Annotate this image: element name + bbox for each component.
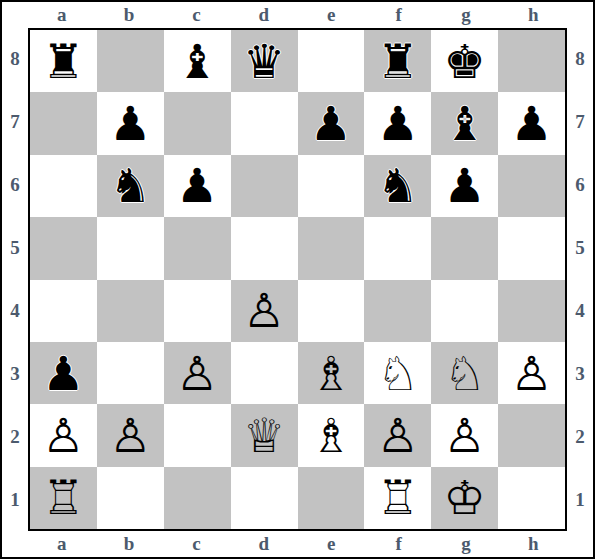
- square-a5[interactable]: [30, 217, 97, 279]
- file-label-h: h: [500, 2, 567, 28]
- square-f3[interactable]: ♘: [364, 342, 431, 404]
- square-c5[interactable]: [164, 217, 231, 279]
- square-g5[interactable]: [431, 217, 498, 279]
- square-d8[interactable]: ♛: [231, 30, 298, 92]
- square-g2[interactable]: ♙: [431, 404, 498, 466]
- file-labels-bottom: abcdefgh: [28, 531, 567, 557]
- file-label-b: b: [95, 2, 162, 28]
- rank-label-8: 8: [567, 28, 593, 91]
- square-b1[interactable]: [97, 467, 164, 529]
- black-pawn: ♟: [510, 100, 552, 147]
- white-pawn: ♙: [109, 412, 151, 459]
- square-a3[interactable]: ♟: [30, 342, 97, 404]
- square-c2[interactable]: [164, 404, 231, 466]
- black-king: ♚: [444, 38, 486, 85]
- square-e1[interactable]: [298, 467, 365, 529]
- rank-label-4: 4: [567, 280, 593, 343]
- rank-label-2: 2: [567, 405, 593, 468]
- square-e6[interactable]: [298, 155, 365, 217]
- square-b3[interactable]: [97, 342, 164, 404]
- white-pawn: ♙: [243, 287, 285, 334]
- black-pawn: ♟: [377, 100, 419, 147]
- white-rook: ♖: [377, 474, 419, 521]
- square-f5[interactable]: [364, 217, 431, 279]
- square-a6[interactable]: [30, 155, 97, 217]
- square-h4[interactable]: [498, 280, 565, 342]
- square-g3[interactable]: ♘: [431, 342, 498, 404]
- white-king: ♔: [444, 474, 486, 521]
- rank-label-1: 1: [567, 468, 593, 531]
- rank-label-5: 5: [2, 217, 28, 280]
- rank-labels-right: 87654321: [567, 28, 593, 531]
- square-b5[interactable]: [97, 217, 164, 279]
- white-queen: ♕: [243, 412, 285, 459]
- square-d3[interactable]: [231, 342, 298, 404]
- black-rook: ♜: [42, 38, 84, 85]
- square-h6[interactable]: [498, 155, 565, 217]
- black-pawn: ♟: [444, 162, 486, 209]
- file-label-e: e: [298, 531, 365, 557]
- square-e5[interactable]: [298, 217, 365, 279]
- file-label-f: f: [365, 531, 432, 557]
- square-h5[interactable]: [498, 217, 565, 279]
- square-e4[interactable]: [298, 280, 365, 342]
- square-h2[interactable]: [498, 404, 565, 466]
- black-queen: ♛: [243, 38, 285, 85]
- square-h1[interactable]: [498, 467, 565, 529]
- rank-label-7: 7: [2, 91, 28, 154]
- rank-label-6: 6: [567, 154, 593, 217]
- rank-label-5: 5: [567, 217, 593, 280]
- black-pawn: ♟: [176, 162, 218, 209]
- square-h3[interactable]: ♙: [498, 342, 565, 404]
- square-a2[interactable]: ♙: [30, 404, 97, 466]
- file-label-c: c: [163, 531, 230, 557]
- file-label-a: a: [28, 2, 95, 28]
- file-label-b: b: [95, 531, 162, 557]
- square-f4[interactable]: [364, 280, 431, 342]
- white-pawn: ♙: [444, 412, 486, 459]
- square-g6[interactable]: ♟: [431, 155, 498, 217]
- white-rook: ♖: [42, 474, 84, 521]
- square-e2[interactable]: ♗: [298, 404, 365, 466]
- square-c4[interactable]: [164, 280, 231, 342]
- square-f2[interactable]: ♙: [364, 404, 431, 466]
- file-label-d: d: [230, 2, 297, 28]
- file-label-f: f: [365, 2, 432, 28]
- rank-label-8: 8: [2, 28, 28, 91]
- black-knight: ♞: [109, 162, 151, 209]
- black-knight: ♞: [377, 162, 419, 209]
- rank-label-7: 7: [567, 91, 593, 154]
- square-g7[interactable]: ♝: [431, 92, 498, 154]
- square-c8[interactable]: ♝: [164, 30, 231, 92]
- white-bishop: ♗: [310, 412, 352, 459]
- square-f1[interactable]: ♖: [364, 467, 431, 529]
- square-e8[interactable]: [298, 30, 365, 92]
- square-g4[interactable]: [431, 280, 498, 342]
- square-c1[interactable]: [164, 467, 231, 529]
- square-b2[interactable]: ♙: [97, 404, 164, 466]
- file-label-a: a: [28, 531, 95, 557]
- square-g8[interactable]: ♚: [431, 30, 498, 92]
- square-f7[interactable]: ♟: [364, 92, 431, 154]
- rank-labels-left: 87654321: [2, 28, 28, 531]
- black-pawn: ♟: [109, 100, 151, 147]
- black-bishop: ♝: [176, 38, 218, 85]
- file-label-c: c: [163, 2, 230, 28]
- white-pawn: ♙: [42, 412, 84, 459]
- file-labels-top: abcdefgh: [28, 2, 567, 28]
- rank-label-2: 2: [2, 405, 28, 468]
- white-pawn: ♙: [510, 350, 552, 397]
- file-label-g: g: [432, 531, 499, 557]
- square-d1[interactable]: [231, 467, 298, 529]
- square-a1[interactable]: ♖: [30, 467, 97, 529]
- rank-label-3: 3: [567, 342, 593, 405]
- square-c3[interactable]: ♙: [164, 342, 231, 404]
- square-f8[interactable]: ♜: [364, 30, 431, 92]
- square-b7[interactable]: ♟: [97, 92, 164, 154]
- file-label-d: d: [230, 531, 297, 557]
- file-label-h: h: [500, 531, 567, 557]
- square-d5[interactable]: [231, 217, 298, 279]
- white-pawn: ♙: [176, 350, 218, 397]
- white-pawn: ♙: [377, 412, 419, 459]
- square-h8[interactable]: [498, 30, 565, 92]
- square-h7[interactable]: ♟: [498, 92, 565, 154]
- white-knight: ♘: [444, 350, 486, 397]
- black-rook: ♜: [377, 38, 419, 85]
- file-label-g: g: [432, 2, 499, 28]
- square-f6[interactable]: ♞: [364, 155, 431, 217]
- square-e7[interactable]: ♟: [298, 92, 365, 154]
- rank-label-4: 4: [2, 280, 28, 343]
- rank-label-3: 3: [2, 342, 28, 405]
- rank-label-6: 6: [2, 154, 28, 217]
- square-a8[interactable]: ♜: [30, 30, 97, 92]
- black-bishop: ♝: [444, 100, 486, 147]
- board: ♜♝♛♜♚♟♟♟♝♟♞♟♞♟♙♟♙♗♘♘♙♙♙♕♗♙♙♖♖♔: [28, 28, 567, 531]
- square-d7[interactable]: [231, 92, 298, 154]
- square-b4[interactable]: [97, 280, 164, 342]
- square-c6[interactable]: ♟: [164, 155, 231, 217]
- file-label-e: e: [298, 2, 365, 28]
- black-pawn: ♟: [310, 100, 352, 147]
- square-g1[interactable]: ♔: [431, 467, 498, 529]
- square-e3[interactable]: ♗: [298, 342, 365, 404]
- square-b8[interactable]: [97, 30, 164, 92]
- square-d2[interactable]: ♕: [231, 404, 298, 466]
- square-a4[interactable]: [30, 280, 97, 342]
- square-d4[interactable]: ♙: [231, 280, 298, 342]
- square-b6[interactable]: ♞: [97, 155, 164, 217]
- rank-label-1: 1: [2, 468, 28, 531]
- square-d6[interactable]: [231, 155, 298, 217]
- square-a7[interactable]: [30, 92, 97, 154]
- black-pawn: ♟: [42, 350, 84, 397]
- white-bishop: ♗: [310, 350, 352, 397]
- square-c7[interactable]: [164, 92, 231, 154]
- chess-diagram: abcdefgh 87654321 ♜♝♛♜♚♟♟♟♝♟♞♟♞♟♙♟♙♗♘♘♙♙…: [0, 0, 595, 559]
- white-knight: ♘: [377, 350, 419, 397]
